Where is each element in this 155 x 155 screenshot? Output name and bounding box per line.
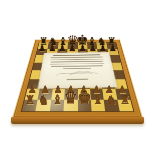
- piece-white-knight[interactable]: ♞: [106, 94, 117, 106]
- piece-white-bishop[interactable]: ♝: [51, 94, 62, 107]
- piece-black-pawn[interactable]: ♟: [89, 44, 97, 53]
- piece-white-rook[interactable]: ♜: [120, 95, 130, 107]
- piece-black-pawn[interactable]: ♟: [38, 44, 46, 53]
- piece-black-pawn[interactable]: ♟: [58, 44, 66, 53]
- piece-white-king[interactable]: ♚: [77, 90, 92, 106]
- piece-black-pawn[interactable]: ♟: [68, 44, 76, 53]
- piece-black-pawn[interactable]: ♟: [109, 44, 117, 53]
- pieces-layer: ♜♞♝♛♚♝♞♜♟♟♟♟♟♟♟♟♟♟♟♟♟♟♟♟♜♞♝♛♚♝♞♜: [0, 0, 155, 155]
- piece-black-pawn[interactable]: ♟: [48, 44, 56, 53]
- piece-black-pawn[interactable]: ♟: [99, 44, 107, 53]
- piece-white-queen[interactable]: ♛: [64, 91, 78, 106]
- piece-black-pawn[interactable]: ♟: [79, 44, 87, 53]
- piece-white-rook[interactable]: ♜: [25, 95, 35, 107]
- piece-white-bishop[interactable]: ♝: [92, 94, 103, 107]
- piece-white-knight[interactable]: ♞: [38, 94, 49, 106]
- scene: ♜♞♝♛♚♝♞♜♟♟♟♟♟♟♟♟♟♟♟♟♟♟♟♟♜♞♝♛♚♝♞♜: [0, 0, 155, 155]
